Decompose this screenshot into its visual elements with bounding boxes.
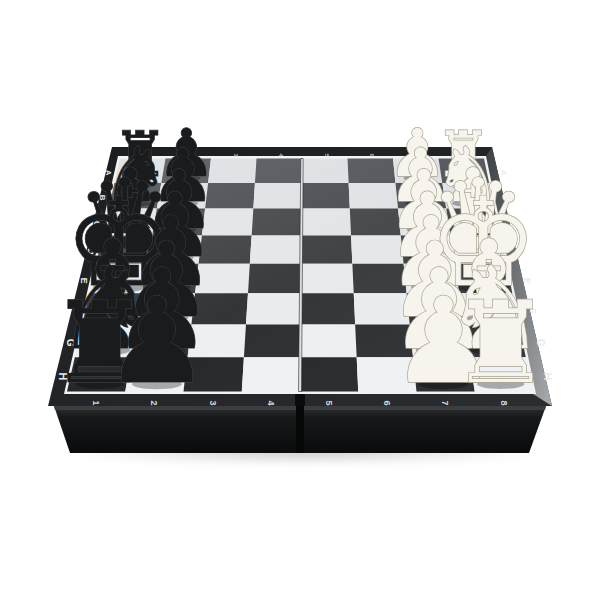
label-rank-front-4: 4	[266, 400, 276, 405]
label-rank-back-5: 5	[324, 153, 330, 156]
piece-white-rook-h8: ♜	[450, 277, 551, 409]
folding-chess-board: AABBCCDDEEFFGGHH1122334455667788 ♜♟♟♜♞♟♟…	[0, 0, 600, 600]
case-front-hinge-gap	[296, 406, 304, 453]
front-rim-hinge-notch	[295, 394, 305, 406]
label-rank-front-5: 5	[324, 400, 334, 405]
piece-black-pawn-h2: ♟	[104, 272, 210, 410]
label-rank-back-6: 6	[369, 153, 375, 156]
label-rank-back-3: 3	[233, 153, 239, 156]
chess-set-photo: AABBCCDDEEFFGGHH1122334455667788 ♜♟♟♜♞♟♟…	[0, 0, 600, 600]
